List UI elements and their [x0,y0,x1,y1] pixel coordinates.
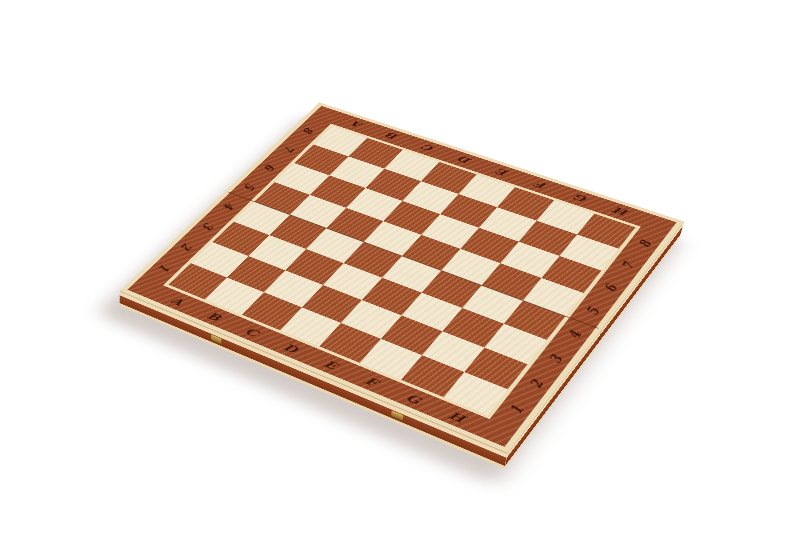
rook-glyph: ♜ [427,296,524,404]
brass-clasp-right [391,410,404,420]
brass-clasp-left [211,334,222,344]
perspective-wrapper: ABCDEFGH ABCDEFGH 87654321 87654321 ♜♞♝♛… [178,32,626,480]
chess-board: ABCDEFGH ABCDEFGH 87654321 87654321 ♜♞♝♛… [120,102,684,453]
pawn-glyph: ♟ [549,172,629,262]
photo-canvas: ABCDEFGH ABCDEFGH 87654321 87654321 ♜♞♝♛… [0,0,800,533]
